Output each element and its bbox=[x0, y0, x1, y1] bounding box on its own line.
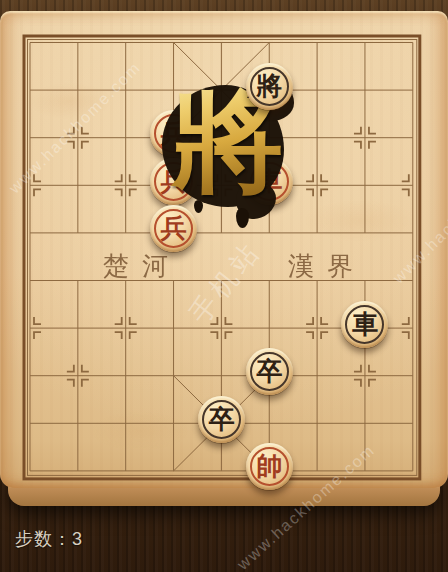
piece-character: 卒 bbox=[198, 396, 245, 443]
xiangqi-board[interactable]: 楚河 漢界 bbox=[0, 0, 448, 572]
piece-red-chariot[interactable]: 車 bbox=[246, 158, 293, 205]
piece-character: 帥 bbox=[246, 443, 293, 490]
piece-red-general[interactable]: 帥 bbox=[246, 443, 293, 490]
piece-red-soldier[interactable]: 兵 bbox=[150, 110, 197, 157]
piece-character: 兵 bbox=[150, 110, 197, 157]
move-counter-label: 步数： bbox=[15, 529, 72, 549]
piece-character: 兵 bbox=[150, 205, 197, 252]
piece-red-soldier[interactable]: 兵 bbox=[150, 158, 197, 205]
piece-black-soldier[interactable]: 卒 bbox=[246, 348, 293, 395]
river-label-right: 漢界 bbox=[288, 251, 366, 281]
piece-character: 兵 bbox=[150, 158, 197, 205]
move-counter: 步数：3 bbox=[15, 527, 83, 551]
app-screen: 楚河 漢界 將兵兵車兵車卒卒帥 將 步数：3 www.hackhome.com … bbox=[0, 0, 448, 572]
piece-character: 卒 bbox=[246, 348, 293, 395]
move-counter-value: 3 bbox=[72, 529, 83, 549]
piece-character: 車 bbox=[341, 301, 388, 348]
piece-character: 將 bbox=[246, 63, 293, 110]
piece-red-soldier[interactable]: 兵 bbox=[150, 205, 197, 252]
piece-black-general[interactable]: 將 bbox=[246, 63, 293, 110]
piece-black-soldier[interactable]: 卒 bbox=[198, 396, 245, 443]
river-label-left: 楚河 bbox=[103, 251, 181, 281]
piece-black-chariot[interactable]: 車 bbox=[341, 301, 388, 348]
piece-character: 車 bbox=[246, 158, 293, 205]
